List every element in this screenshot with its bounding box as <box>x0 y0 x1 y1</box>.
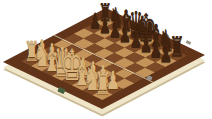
chess-board <box>3 8 205 109</box>
chess-set-photo: ♜♞♝♛♚♝♞♜♟♟♟♟♟♟♟♟♟♟♟♟♟♟♟♟♜♞♝♛♚♝♞♜ <box>0 0 212 119</box>
back-clasp <box>186 40 192 45</box>
